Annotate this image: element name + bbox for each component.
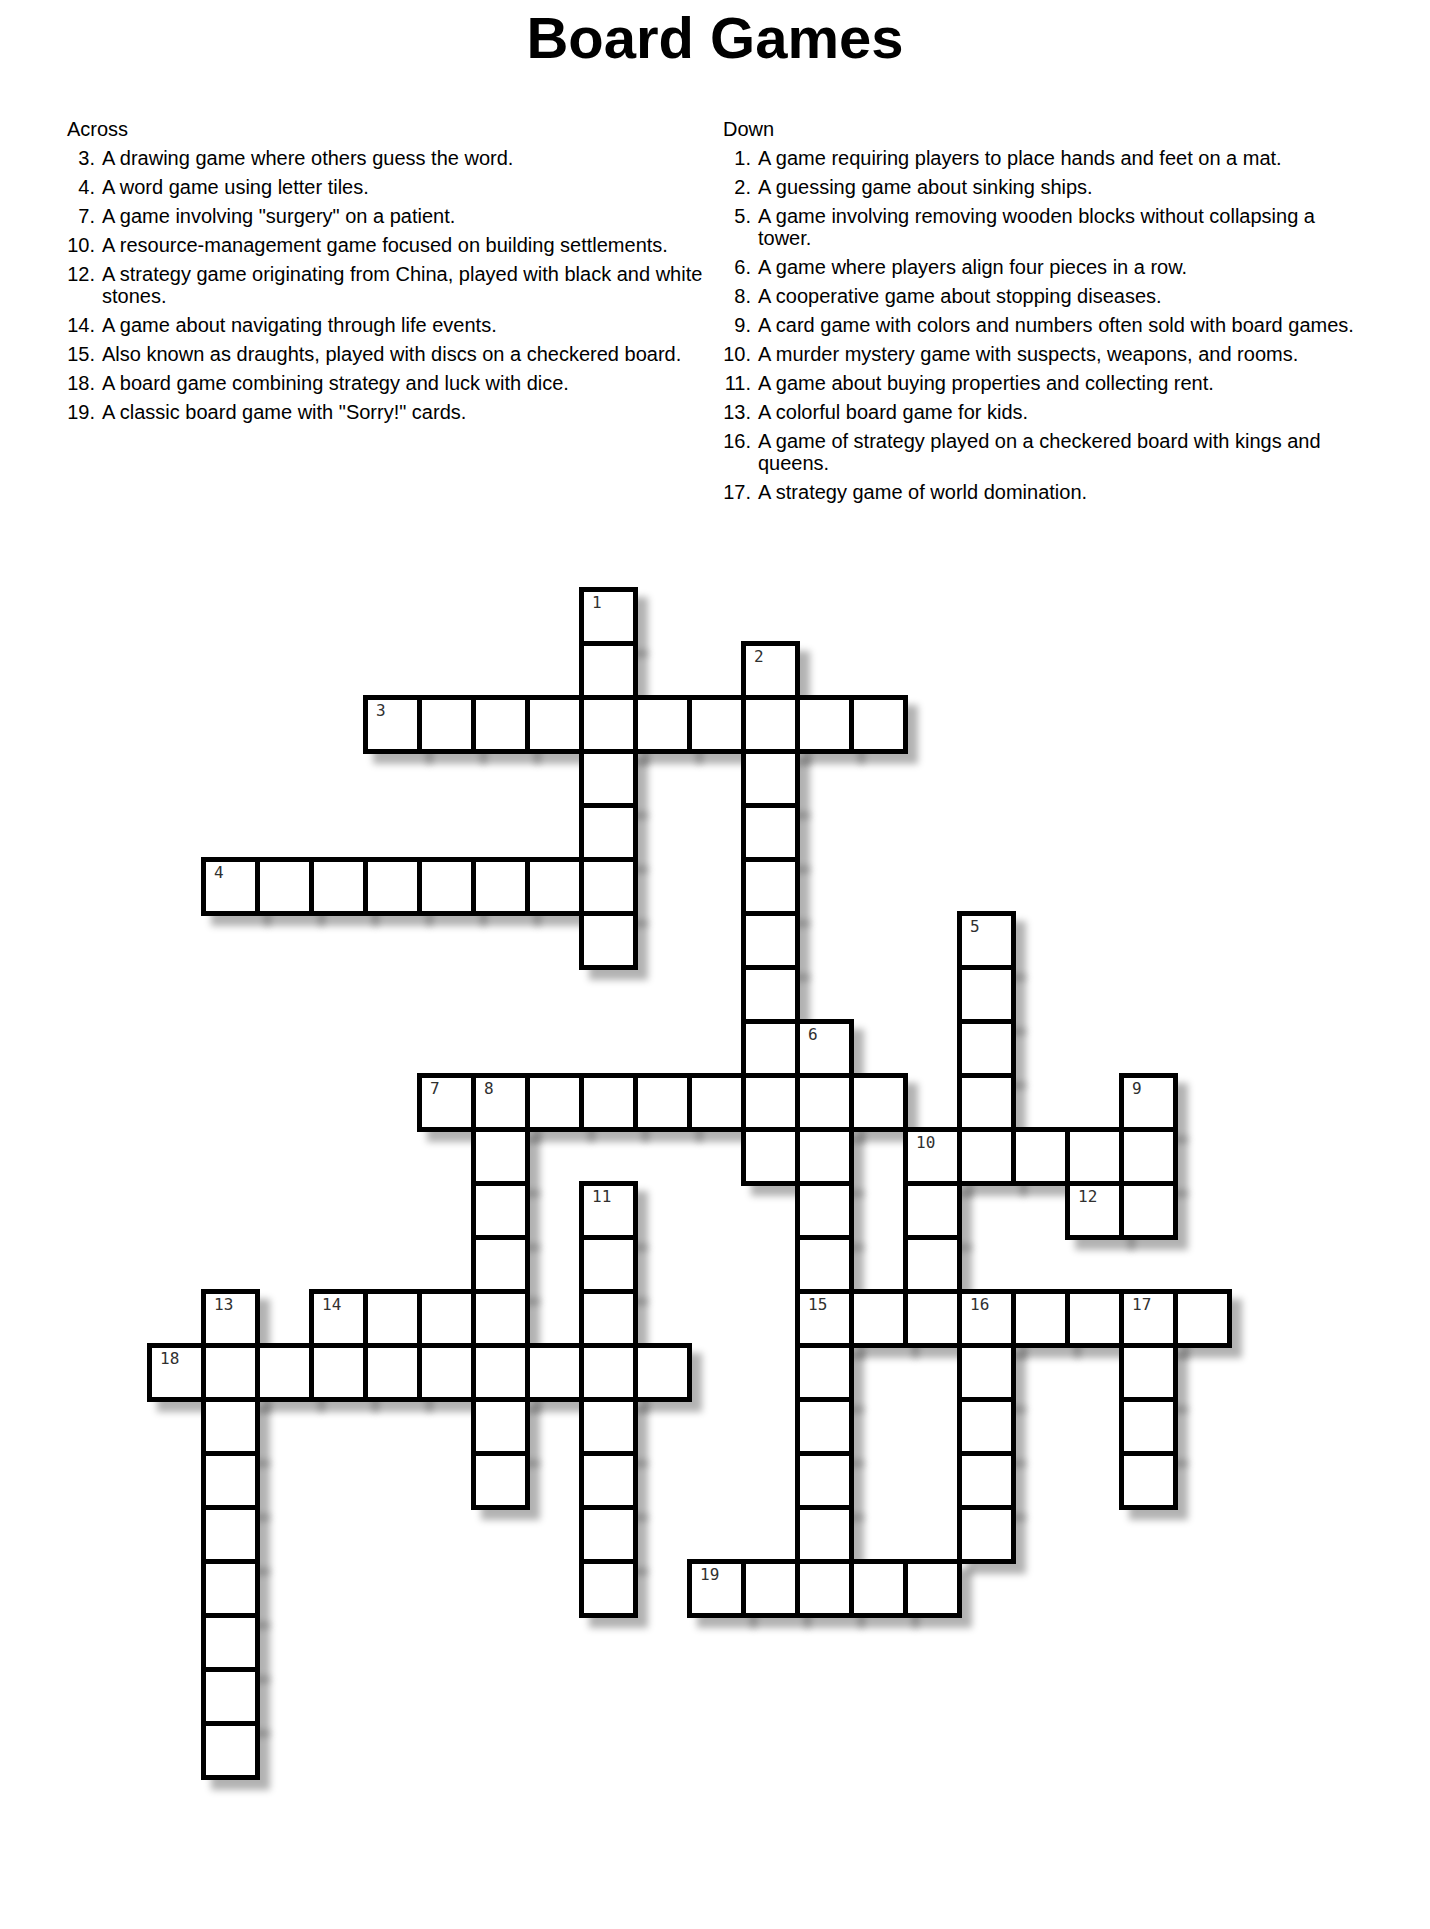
grid-cell[interactable] xyxy=(795,1505,854,1564)
grid-cell[interactable] xyxy=(795,1181,854,1240)
clue-text: A board game combining strategy and luck… xyxy=(102,372,569,394)
grid-cell[interactable] xyxy=(579,1343,638,1402)
clue-across-7: 7.A game involving "surgery" on a patien… xyxy=(57,205,757,227)
cell-number: 7 xyxy=(430,1080,440,1098)
clue-text: A resource-management game focused on bu… xyxy=(102,234,668,256)
clue-number: 12. xyxy=(57,263,95,285)
clue-text: A drawing game where others guess the wo… xyxy=(102,147,513,169)
grid-cell[interactable] xyxy=(363,1343,422,1402)
grid-cell[interactable] xyxy=(849,1559,908,1618)
clue-down-5: 5.A game involving removing wooden block… xyxy=(713,205,1373,249)
clue-number: 18. xyxy=(57,372,95,394)
cell-number: 2 xyxy=(754,648,764,666)
grid-cell[interactable] xyxy=(741,911,800,970)
grid-cell[interactable] xyxy=(201,1451,260,1510)
grid-cell[interactable] xyxy=(903,1559,962,1618)
grid-cell[interactable] xyxy=(579,1397,638,1456)
grid-cell[interactable] xyxy=(579,1235,638,1294)
grid-cell[interactable] xyxy=(957,1451,1016,1510)
clue-number: 3. xyxy=(57,147,95,169)
grid-cell[interactable] xyxy=(201,1613,260,1672)
clue-down-16: 16.A game of strategy played on a checke… xyxy=(713,430,1373,474)
grid-cell[interactable] xyxy=(903,1181,962,1240)
grid-cell[interactable] xyxy=(471,857,530,916)
clue-text: A strategy game originating from China, … xyxy=(102,263,702,285)
grid-cell[interactable] xyxy=(741,749,800,808)
clue-down-9: 9.A card game with colors and numbers of… xyxy=(713,314,1373,336)
grid-cell[interactable] xyxy=(849,695,908,754)
cell-number: 4 xyxy=(214,864,224,882)
grid-cell[interactable] xyxy=(417,695,476,754)
clue-number: 11. xyxy=(713,372,751,394)
clue-number: 19. xyxy=(57,401,95,423)
cell-number: 13 xyxy=(214,1296,233,1314)
grid-cell[interactable] xyxy=(1065,1127,1124,1186)
grid-cell[interactable] xyxy=(795,1235,854,1294)
clue-text: A card game with colors and numbers ofte… xyxy=(758,314,1354,336)
clue-number: 13. xyxy=(713,401,751,423)
grid-cell[interactable] xyxy=(741,695,800,754)
grid-cell[interactable] xyxy=(795,1397,854,1456)
cell-number: 1 xyxy=(592,594,602,612)
grid-cell[interactable] xyxy=(741,803,800,862)
grid-cell[interactable] xyxy=(741,1127,800,1186)
clue-number: 5. xyxy=(713,205,751,227)
cell-number: 3 xyxy=(376,702,386,720)
grid-cell[interactable] xyxy=(795,1451,854,1510)
grid-cell[interactable] xyxy=(255,857,314,916)
grid-cell[interactable]: 2 xyxy=(741,641,800,700)
grid-cell[interactable] xyxy=(471,1289,530,1348)
grid-cell[interactable] xyxy=(525,695,584,754)
clue-number: 9. xyxy=(713,314,751,336)
cell-number: 5 xyxy=(970,918,980,936)
grid-cell[interactable] xyxy=(795,1127,854,1186)
grid-cell[interactable] xyxy=(579,1559,638,1618)
grid-cell[interactable] xyxy=(579,1073,638,1132)
grid-cell[interactable] xyxy=(957,1343,1016,1402)
clue-text: A game involving removing wooden blocks … xyxy=(758,205,1315,227)
clue-text: A game about navigating through life eve… xyxy=(102,314,497,336)
grid-cell[interactable] xyxy=(957,1073,1016,1132)
clue-text: A murder mystery game with suspects, wea… xyxy=(758,343,1298,365)
grid-cell[interactable] xyxy=(255,1343,314,1402)
grid-cell[interactable]: 18 xyxy=(147,1343,206,1402)
clue-number: 7. xyxy=(57,205,95,227)
grid-cell[interactable] xyxy=(849,1073,908,1132)
grid-cell[interactable] xyxy=(687,695,746,754)
grid-cell[interactable] xyxy=(579,911,638,970)
clue-text-continuation: stones. xyxy=(102,285,757,307)
grid-cell[interactable]: 6 xyxy=(795,1019,854,1078)
clue-number: 4. xyxy=(57,176,95,198)
clue-down-6: 6.A game where players align four pieces… xyxy=(713,256,1373,278)
grid-cell[interactable] xyxy=(633,1073,692,1132)
clue-across-3: 3.A drawing game where others guess the … xyxy=(57,147,757,169)
clue-text: A game requiring players to place hands … xyxy=(758,147,1282,169)
clue-text: A strategy game of world domination. xyxy=(758,481,1087,503)
clue-number: 16. xyxy=(713,430,751,452)
grid-cell[interactable] xyxy=(579,1451,638,1510)
grid-cell[interactable] xyxy=(471,695,530,754)
cell-number: 11 xyxy=(592,1188,611,1206)
cell-number: 12 xyxy=(1078,1188,1097,1206)
grid-cell[interactable] xyxy=(417,857,476,916)
grid-cell[interactable] xyxy=(795,1073,854,1132)
grid-cell[interactable] xyxy=(309,857,368,916)
grid-cell[interactable] xyxy=(1011,1289,1070,1348)
grid-cell[interactable] xyxy=(579,1289,638,1348)
grid-cell[interactable]: 8 xyxy=(471,1073,530,1132)
down-clue-list: 1.A game requiring players to place hand… xyxy=(713,147,1373,503)
clue-text: A word game using letter tiles. xyxy=(102,176,369,198)
grid-cell[interactable] xyxy=(1119,1397,1178,1456)
grid-cell[interactable] xyxy=(1173,1289,1232,1348)
grid-cell[interactable] xyxy=(417,1289,476,1348)
clue-down-10: 10.A murder mystery game with suspects, … xyxy=(713,343,1373,365)
grid-cell[interactable] xyxy=(471,1451,530,1510)
grid-cell[interactable] xyxy=(579,803,638,862)
grid-cell[interactable] xyxy=(471,1343,530,1402)
grid-cell[interactable]: 3 xyxy=(363,695,422,754)
grid-cell[interactable] xyxy=(201,1667,260,1726)
clue-text: A colorful board game for kids. xyxy=(758,401,1028,423)
clue-number: 6. xyxy=(713,256,751,278)
grid-cell[interactable]: 11 xyxy=(579,1181,638,1240)
across-header: Across xyxy=(67,118,757,140)
grid-cell[interactable] xyxy=(525,1343,584,1402)
cell-number: 15 xyxy=(808,1296,827,1314)
cell-number: 17 xyxy=(1132,1296,1151,1314)
clue-text: Also known as draughts, played with disc… xyxy=(102,343,681,365)
clue-across-4: 4.A word game using letter tiles. xyxy=(57,176,757,198)
grid-cell[interactable] xyxy=(957,1127,1016,1186)
grid-cell[interactable] xyxy=(741,1073,800,1132)
grid-cell[interactable] xyxy=(849,1289,908,1348)
clue-across-19: 19.A classic board game with "Sorry!" ca… xyxy=(57,401,757,423)
clue-text-continuation: queens. xyxy=(758,452,1373,474)
grid-cell[interactable]: 10 xyxy=(903,1127,962,1186)
grid-cell[interactable] xyxy=(579,1505,638,1564)
clue-text: A game involving "surgery" on a patient. xyxy=(102,205,455,227)
clue-down-8: 8.A cooperative game about stopping dise… xyxy=(713,285,1373,307)
clue-text-continuation: tower. xyxy=(758,227,1373,249)
grid-cell[interactable]: 7 xyxy=(417,1073,476,1132)
clue-text: A game where players align four pieces i… xyxy=(758,256,1187,278)
grid-cell[interactable] xyxy=(1065,1289,1124,1348)
clue-text: A game of strategy played on a checkered… xyxy=(758,430,1321,452)
clue-number: 14. xyxy=(57,314,95,336)
grid-cell[interactable] xyxy=(741,965,800,1024)
clue-number: 8. xyxy=(713,285,751,307)
across-clue-list: 3.A drawing game where others guess the … xyxy=(57,147,757,423)
cell-number: 8 xyxy=(484,1080,494,1098)
clue-down-11: 11.A game about buying properties and co… xyxy=(713,372,1373,394)
clue-text: A classic board game with "Sorry!" cards… xyxy=(102,401,466,423)
grid-cell[interactable] xyxy=(579,695,638,754)
grid-cell[interactable] xyxy=(471,1235,530,1294)
clue-text: A guessing game about sinking ships. xyxy=(758,176,1093,198)
grid-cell[interactable] xyxy=(795,1343,854,1402)
grid-cell[interactable] xyxy=(741,857,800,916)
clue-down-17: 17.A strategy game of world domination. xyxy=(713,481,1373,503)
grid-cell[interactable] xyxy=(1119,1181,1178,1240)
clue-text: A cooperative game about stopping diseas… xyxy=(758,285,1162,307)
down-header: Down xyxy=(723,118,1373,140)
grid-cell[interactable] xyxy=(633,695,692,754)
cell-number: 14 xyxy=(322,1296,341,1314)
cell-number: 9 xyxy=(1132,1080,1142,1098)
grid-cell[interactable] xyxy=(633,1343,692,1402)
grid-cell[interactable] xyxy=(201,1721,260,1780)
grid-cell[interactable] xyxy=(525,857,584,916)
grid-cell[interactable]: 13 xyxy=(201,1289,260,1348)
grid-cell[interactable]: 9 xyxy=(1119,1073,1178,1132)
grid-cell[interactable]: 19 xyxy=(687,1559,746,1618)
grid-cell[interactable]: 1 xyxy=(579,587,638,646)
down-clues-section: Down 1.A game requiring players to place… xyxy=(713,118,1373,510)
grid-cell[interactable]: 14 xyxy=(309,1289,368,1348)
clue-text: A game about buying properties and colle… xyxy=(758,372,1214,394)
grid-cell[interactable] xyxy=(957,1505,1016,1564)
clue-number: 17. xyxy=(713,481,751,503)
grid-cell[interactable]: 12 xyxy=(1065,1181,1124,1240)
clue-down-2: 2.A guessing game about sinking ships. xyxy=(713,176,1373,198)
clue-number: 15. xyxy=(57,343,95,365)
grid-cell[interactable] xyxy=(579,857,638,916)
grid-cell[interactable] xyxy=(471,1181,530,1240)
cell-number: 6 xyxy=(808,1026,818,1044)
grid-cell[interactable] xyxy=(417,1343,476,1402)
grid-cell[interactable] xyxy=(525,1073,584,1132)
cell-number: 19 xyxy=(700,1566,719,1584)
grid-cell[interactable] xyxy=(795,695,854,754)
grid-cell[interactable] xyxy=(363,1289,422,1348)
clue-across-14: 14.A game about navigating through life … xyxy=(57,314,757,336)
grid-cell[interactable] xyxy=(363,857,422,916)
across-clues-section: Across 3.A drawing game where others gue… xyxy=(57,118,757,430)
clue-number: 10. xyxy=(713,343,751,365)
clue-across-12: 12.A strategy game originating from Chin… xyxy=(57,263,757,307)
grid-cell[interactable] xyxy=(579,641,638,700)
grid-cell[interactable] xyxy=(903,1289,962,1348)
grid-cell[interactable]: 4 xyxy=(201,857,260,916)
grid-cell[interactable] xyxy=(957,1019,1016,1078)
clue-number: 10. xyxy=(57,234,95,256)
grid-cell[interactable] xyxy=(795,1559,854,1618)
grid-cell[interactable] xyxy=(1119,1343,1178,1402)
cell-number: 16 xyxy=(970,1296,989,1314)
grid-cell[interactable] xyxy=(471,1127,530,1186)
crossword-grid: 12345678910111213141516171819 xyxy=(147,587,1232,1780)
grid-cell[interactable]: 17 xyxy=(1119,1289,1178,1348)
grid-cell[interactable] xyxy=(201,1343,260,1402)
grid-cell[interactable] xyxy=(741,1559,800,1618)
grid-cell[interactable] xyxy=(201,1505,260,1564)
page-title: Board Games xyxy=(0,6,1430,70)
grid-cell[interactable] xyxy=(471,1397,530,1456)
grid-cell[interactable] xyxy=(1119,1127,1178,1186)
clue-down-13: 13.A colorful board game for kids. xyxy=(713,401,1373,423)
clue-number: 1. xyxy=(713,147,751,169)
grid-cell[interactable]: 15 xyxy=(795,1289,854,1348)
clue-across-10: 10.A resource-management game focused on… xyxy=(57,234,757,256)
grid-cell[interactable] xyxy=(687,1073,746,1132)
crossword-page: { "title": "Board Games", "game": "cross… xyxy=(0,0,1430,1929)
grid-cell[interactable] xyxy=(957,1397,1016,1456)
grid-cell[interactable]: 16 xyxy=(957,1289,1016,1348)
grid-cell[interactable] xyxy=(579,749,638,808)
grid-cell[interactable] xyxy=(1011,1127,1070,1186)
clue-across-18: 18.A board game combining strategy and l… xyxy=(57,372,757,394)
cell-number: 18 xyxy=(160,1350,179,1368)
grid-cell[interactable] xyxy=(903,1235,962,1294)
grid-cell[interactable] xyxy=(957,965,1016,1024)
grid-cell[interactable]: 5 xyxy=(957,911,1016,970)
cell-number: 10 xyxy=(916,1134,935,1152)
grid-cell[interactable] xyxy=(201,1397,260,1456)
grid-cell[interactable] xyxy=(1119,1451,1178,1510)
grid-cell[interactable] xyxy=(741,1019,800,1078)
grid-cell[interactable] xyxy=(309,1343,368,1402)
grid-cell[interactable] xyxy=(201,1559,260,1618)
clue-down-1: 1.A game requiring players to place hand… xyxy=(713,147,1373,169)
clue-number: 2. xyxy=(713,176,751,198)
clue-across-15: 15.Also known as draughts, played with d… xyxy=(57,343,757,365)
